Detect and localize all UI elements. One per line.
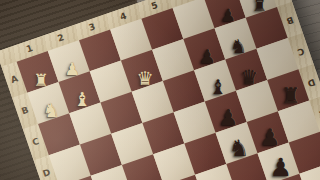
chess-board[interactable]: 12345678A♜♟♟♜AB♞♝♛♟♞BC♝♛CD♟♜DE♝♞♟EF♚♟FG♟… <box>0 0 320 180</box>
board-photo-stage: 12345678A♜♟♟♜AB♞♝♛♟♞BC♝♛CD♟♜DE♝♞♟EF♚♟FG♟… <box>0 0 320 180</box>
